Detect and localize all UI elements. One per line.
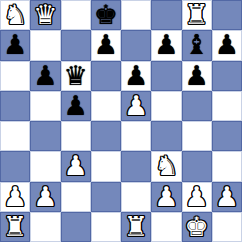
square-g7[interactable]: ♝ bbox=[182, 30, 212, 60]
square-b6[interactable]: ♟ bbox=[30, 61, 60, 91]
square-d5[interactable] bbox=[91, 91, 121, 121]
piece-white-knight[interactable]: ♞ bbox=[3, 0, 27, 30]
square-e8[interactable] bbox=[121, 0, 151, 30]
square-a6[interactable] bbox=[0, 61, 30, 91]
square-c7[interactable] bbox=[61, 30, 91, 60]
square-a1[interactable]: ♜ bbox=[0, 212, 30, 242]
square-e7[interactable] bbox=[121, 30, 151, 60]
square-e4[interactable] bbox=[121, 121, 151, 151]
square-b8[interactable]: ♛ bbox=[30, 0, 60, 30]
square-h5[interactable] bbox=[212, 91, 242, 121]
square-a8[interactable]: ♞ bbox=[0, 0, 30, 30]
piece-white-pawn[interactable]: ♟ bbox=[64, 151, 88, 181]
square-d8[interactable]: ♚ bbox=[91, 0, 121, 30]
square-d1[interactable] bbox=[91, 212, 121, 242]
square-c2[interactable] bbox=[61, 182, 91, 212]
square-f4[interactable] bbox=[151, 121, 181, 151]
square-b3[interactable] bbox=[30, 151, 60, 181]
square-c3[interactable]: ♟ bbox=[61, 151, 91, 181]
square-f7[interactable]: ♟ bbox=[151, 30, 181, 60]
square-g5[interactable] bbox=[182, 91, 212, 121]
square-b2[interactable]: ♟ bbox=[30, 182, 60, 212]
piece-white-rook[interactable]: ♜ bbox=[124, 212, 148, 242]
piece-white-pawn[interactable]: ♟ bbox=[124, 91, 148, 121]
piece-black-pawn[interactable]: ♟ bbox=[3, 30, 27, 60]
piece-black-queen[interactable]: ♛ bbox=[64, 61, 88, 91]
square-h2[interactable]: ♟ bbox=[212, 182, 242, 212]
square-e3[interactable] bbox=[121, 151, 151, 181]
square-h8[interactable] bbox=[212, 0, 242, 30]
square-e6[interactable]: ♟ bbox=[121, 61, 151, 91]
square-b1[interactable] bbox=[30, 212, 60, 242]
piece-white-pawn[interactable]: ♟ bbox=[33, 182, 57, 212]
piece-white-pawn[interactable]: ♟ bbox=[185, 182, 209, 212]
piece-white-rook[interactable]: ♜ bbox=[185, 0, 209, 30]
square-h1[interactable] bbox=[212, 212, 242, 242]
piece-black-pawn[interactable]: ♟ bbox=[154, 30, 178, 60]
piece-white-pawn[interactable]: ♟ bbox=[3, 182, 27, 212]
square-h6[interactable] bbox=[212, 61, 242, 91]
piece-black-pawn[interactable]: ♟ bbox=[94, 30, 118, 60]
square-a7[interactable]: ♟ bbox=[0, 30, 30, 60]
square-h3[interactable] bbox=[212, 151, 242, 181]
piece-white-king[interactable]: ♚ bbox=[185, 212, 209, 242]
square-c8[interactable] bbox=[61, 0, 91, 30]
square-g6[interactable]: ♟ bbox=[182, 61, 212, 91]
piece-white-knight[interactable]: ♞ bbox=[154, 151, 178, 181]
square-b7[interactable] bbox=[30, 30, 60, 60]
square-c4[interactable] bbox=[61, 121, 91, 151]
square-f5[interactable] bbox=[151, 91, 181, 121]
piece-white-queen[interactable]: ♛ bbox=[33, 0, 57, 30]
chess-board: ♞♛♚♜♟♟♟♝♟♟♛♟♟♟♟♟♞♟♟♟♟♟♜♜♚ bbox=[0, 0, 242, 242]
square-a4[interactable] bbox=[0, 121, 30, 151]
piece-black-pawn[interactable]: ♟ bbox=[185, 61, 209, 91]
piece-black-pawn[interactable]: ♟ bbox=[215, 30, 239, 60]
square-f1[interactable] bbox=[151, 212, 181, 242]
piece-black-pawn[interactable]: ♟ bbox=[124, 61, 148, 91]
square-g4[interactable] bbox=[182, 121, 212, 151]
piece-black-pawn[interactable]: ♟ bbox=[33, 61, 57, 91]
piece-black-bishop[interactable]: ♝ bbox=[185, 30, 209, 60]
square-f6[interactable] bbox=[151, 61, 181, 91]
square-d6[interactable] bbox=[91, 61, 121, 91]
square-f8[interactable] bbox=[151, 0, 181, 30]
piece-black-pawn[interactable]: ♟ bbox=[64, 91, 88, 121]
piece-white-pawn[interactable]: ♟ bbox=[215, 182, 239, 212]
square-h4[interactable] bbox=[212, 121, 242, 151]
square-f2[interactable]: ♟ bbox=[151, 182, 181, 212]
square-d7[interactable]: ♟ bbox=[91, 30, 121, 60]
square-b4[interactable] bbox=[30, 121, 60, 151]
square-g8[interactable]: ♜ bbox=[182, 0, 212, 30]
square-c1[interactable] bbox=[61, 212, 91, 242]
square-a3[interactable] bbox=[0, 151, 30, 181]
square-g2[interactable]: ♟ bbox=[182, 182, 212, 212]
square-d4[interactable] bbox=[91, 121, 121, 151]
square-a5[interactable] bbox=[0, 91, 30, 121]
square-h7[interactable]: ♟ bbox=[212, 30, 242, 60]
piece-white-pawn[interactable]: ♟ bbox=[154, 182, 178, 212]
square-a2[interactable]: ♟ bbox=[0, 182, 30, 212]
square-c5[interactable]: ♟ bbox=[61, 91, 91, 121]
square-e5[interactable]: ♟ bbox=[121, 91, 151, 121]
square-g1[interactable]: ♚ bbox=[182, 212, 212, 242]
square-b5[interactable] bbox=[30, 91, 60, 121]
piece-white-rook[interactable]: ♜ bbox=[3, 212, 27, 242]
square-g3[interactable] bbox=[182, 151, 212, 181]
square-c6[interactable]: ♛ bbox=[61, 61, 91, 91]
square-e2[interactable] bbox=[121, 182, 151, 212]
square-d2[interactable] bbox=[91, 182, 121, 212]
piece-black-king[interactable]: ♚ bbox=[94, 0, 118, 30]
square-f3[interactable]: ♞ bbox=[151, 151, 181, 181]
square-d3[interactable] bbox=[91, 151, 121, 181]
square-e1[interactable]: ♜ bbox=[121, 212, 151, 242]
